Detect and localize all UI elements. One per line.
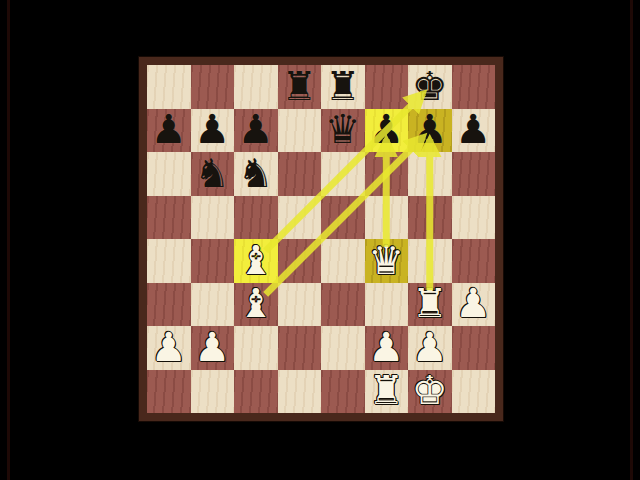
square-e4[interactable] [321,239,365,283]
square-e1[interactable] [321,370,365,414]
white-rook: ♜ [412,283,448,323]
square-h2[interactable] [452,326,496,370]
square-c8[interactable] [234,65,278,109]
black-rook: ♜ [281,66,317,106]
square-d7[interactable] [278,109,322,153]
square-b3[interactable] [191,283,235,327]
black-knight: ♞ [238,153,274,193]
black-pawn: ♟ [194,109,230,149]
square-f5[interactable] [365,196,409,240]
square-d5[interactable] [278,196,322,240]
square-b1[interactable] [191,370,235,414]
square-a1[interactable] [147,370,191,414]
white-rook: ♜ [368,370,404,410]
square-g7[interactable]: ♟ [408,109,452,153]
black-pawn: ♟ [412,109,448,149]
square-g1[interactable]: ♚ [408,370,452,414]
square-a5[interactable] [147,196,191,240]
square-b5[interactable] [191,196,235,240]
square-b7[interactable]: ♟ [191,109,235,153]
square-e7[interactable]: ♛ [321,109,365,153]
white-pawn: ♟ [455,283,491,323]
square-h7[interactable]: ♟ [452,109,496,153]
square-d3[interactable] [278,283,322,327]
square-g5[interactable] [408,196,452,240]
square-e5[interactable] [321,196,365,240]
white-bishop: ♝ [238,283,274,323]
square-c7[interactable]: ♟ [234,109,278,153]
square-d4[interactable] [278,239,322,283]
video-frame: ♜♜♚♟♟♟♛♟♟♟♞♞♝♛♝♜♟♟♟♟♟♜♚ [0,0,640,480]
square-f4[interactable]: ♛ [365,239,409,283]
square-c2[interactable] [234,326,278,370]
right-edge-artifact [630,0,633,480]
square-c1[interactable] [234,370,278,414]
square-d2[interactable] [278,326,322,370]
square-c3[interactable]: ♝ [234,283,278,327]
square-h3[interactable]: ♟ [452,283,496,327]
black-queen: ♛ [325,109,361,149]
black-pawn: ♟ [455,109,491,149]
square-e3[interactable] [321,283,365,327]
white-bishop: ♝ [238,240,274,280]
square-b4[interactable] [191,239,235,283]
square-h1[interactable] [452,370,496,414]
square-d1[interactable] [278,370,322,414]
square-b2[interactable]: ♟ [191,326,235,370]
square-a7[interactable]: ♟ [147,109,191,153]
white-pawn: ♟ [151,327,187,367]
black-knight: ♞ [194,153,230,193]
square-f1[interactable]: ♜ [365,370,409,414]
board-frame: ♜♜♚♟♟♟♛♟♟♟♞♞♝♛♝♜♟♟♟♟♟♜♚ [139,57,503,421]
white-king: ♚ [412,370,448,410]
white-pawn: ♟ [412,327,448,367]
square-d8[interactable]: ♜ [278,65,322,109]
square-f3[interactable] [365,283,409,327]
square-f2[interactable]: ♟ [365,326,409,370]
square-f7[interactable]: ♟ [365,109,409,153]
square-d6[interactable] [278,152,322,196]
square-a2[interactable]: ♟ [147,326,191,370]
black-pawn: ♟ [238,109,274,149]
square-b6[interactable]: ♞ [191,152,235,196]
square-g8[interactable]: ♚ [408,65,452,109]
square-a6[interactable] [147,152,191,196]
square-h5[interactable] [452,196,496,240]
square-c6[interactable]: ♞ [234,152,278,196]
square-e6[interactable] [321,152,365,196]
square-h6[interactable] [452,152,496,196]
square-a4[interactable] [147,239,191,283]
black-king: ♚ [412,66,448,106]
square-a8[interactable] [147,65,191,109]
white-pawn: ♟ [368,327,404,367]
square-c4[interactable]: ♝ [234,239,278,283]
square-b8[interactable] [191,65,235,109]
left-edge-artifact [7,0,10,480]
black-rook: ♜ [325,66,361,106]
square-c5[interactable] [234,196,278,240]
square-f8[interactable] [365,65,409,109]
square-a3[interactable] [147,283,191,327]
black-pawn: ♟ [151,109,187,149]
square-g2[interactable]: ♟ [408,326,452,370]
square-f6[interactable] [365,152,409,196]
white-pawn: ♟ [194,327,230,367]
square-e2[interactable] [321,326,365,370]
square-h4[interactable] [452,239,496,283]
square-g4[interactable] [408,239,452,283]
black-pawn: ♟ [368,109,404,149]
square-g3[interactable]: ♜ [408,283,452,327]
white-queen: ♛ [368,240,404,280]
square-h8[interactable] [452,65,496,109]
square-g6[interactable] [408,152,452,196]
square-e8[interactable]: ♜ [321,65,365,109]
chess-board: ♜♜♚♟♟♟♛♟♟♟♞♞♝♛♝♜♟♟♟♟♟♜♚ [147,65,495,413]
